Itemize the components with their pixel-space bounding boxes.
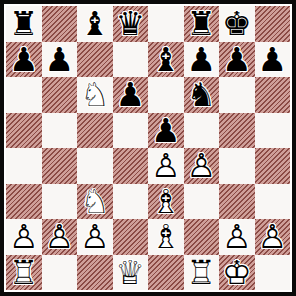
square-a1[interactable]: ♜♖ xyxy=(6,255,42,291)
square-a4[interactable] xyxy=(6,148,42,184)
piece-white-knight[interactable]: ♞♘ xyxy=(77,77,113,113)
white-bishop-icon: ♗ xyxy=(148,219,184,255)
piece-white-pawn[interactable]: ♟♙ xyxy=(6,219,42,255)
square-b3[interactable] xyxy=(42,184,78,220)
piece-black-pawn[interactable]: ♟ xyxy=(219,42,255,78)
square-e2[interactable]: ♝♗ xyxy=(148,219,184,255)
white-pawn-icon: ♙ xyxy=(6,219,42,255)
piece-black-rook[interactable]: ♜ xyxy=(184,6,220,42)
square-d7[interactable] xyxy=(113,42,149,78)
piece-black-pawn[interactable]: ♟ xyxy=(255,42,291,78)
square-h6[interactable] xyxy=(255,77,291,113)
square-h7[interactable]: ♟ xyxy=(255,42,291,78)
piece-black-pawn[interactable]: ♟ xyxy=(148,113,184,149)
piece-white-pawn[interactable]: ♟♙ xyxy=(255,219,291,255)
square-g4[interactable] xyxy=(219,148,255,184)
square-f7[interactable]: ♟ xyxy=(184,42,220,78)
piece-black-king[interactable]: ♚ xyxy=(219,6,255,42)
piece-white-pawn[interactable]: ♟♙ xyxy=(42,219,78,255)
black-pawn-icon: ♟ xyxy=(113,77,149,113)
white-knight-icon: ♘ xyxy=(77,184,113,220)
black-knight-icon: ♞ xyxy=(184,77,220,113)
square-a3[interactable] xyxy=(6,184,42,220)
square-g1[interactable]: ♚♔ xyxy=(219,255,255,291)
square-b2[interactable]: ♟♙ xyxy=(42,219,78,255)
piece-white-king[interactable]: ♚♔ xyxy=(219,255,255,291)
square-d1[interactable]: ♛♕ xyxy=(113,255,149,291)
square-e5[interactable]: ♟ xyxy=(148,113,184,149)
black-pawn-icon: ♟ xyxy=(184,42,220,78)
square-d3[interactable] xyxy=(113,184,149,220)
square-h4[interactable] xyxy=(255,148,291,184)
square-b7[interactable]: ♟ xyxy=(42,42,78,78)
piece-white-pawn[interactable]: ♟♙ xyxy=(148,148,184,184)
square-d8[interactable]: ♛ xyxy=(113,6,149,42)
white-pawn-icon: ♙ xyxy=(148,148,184,184)
square-f6[interactable]: ♞ xyxy=(184,77,220,113)
square-c2[interactable]: ♟♙ xyxy=(77,219,113,255)
piece-white-pawn[interactable]: ♟♙ xyxy=(184,148,220,184)
piece-black-knight[interactable]: ♞ xyxy=(184,77,220,113)
black-bishop-icon: ♝ xyxy=(77,6,113,42)
square-e8[interactable] xyxy=(148,6,184,42)
square-f4[interactable]: ♟♙ xyxy=(184,148,220,184)
black-pawn-icon: ♟ xyxy=(6,42,42,78)
square-f1[interactable]: ♜♖ xyxy=(184,255,220,291)
square-c7[interactable] xyxy=(77,42,113,78)
square-c4[interactable] xyxy=(77,148,113,184)
black-pawn-icon: ♟ xyxy=(219,42,255,78)
square-b8[interactable] xyxy=(42,6,78,42)
white-knight-icon: ♘ xyxy=(77,77,113,113)
black-king-icon: ♚ xyxy=(219,6,255,42)
piece-white-rook[interactable]: ♜♖ xyxy=(184,255,220,291)
piece-black-pawn[interactable]: ♟ xyxy=(6,42,42,78)
square-h1[interactable] xyxy=(255,255,291,291)
white-queen-icon: ♕ xyxy=(113,255,149,291)
square-c8[interactable]: ♝ xyxy=(77,6,113,42)
white-bishop-icon: ♗ xyxy=(148,184,184,220)
square-a6[interactable] xyxy=(6,77,42,113)
square-h3[interactable] xyxy=(255,184,291,220)
square-a2[interactable]: ♟♙ xyxy=(6,219,42,255)
square-e3[interactable]: ♝♗ xyxy=(148,184,184,220)
square-b6[interactable] xyxy=(42,77,78,113)
piece-white-knight[interactable]: ♞♘ xyxy=(77,184,113,220)
square-c5[interactable] xyxy=(77,113,113,149)
white-rook-icon: ♖ xyxy=(6,255,42,291)
square-a7[interactable]: ♟ xyxy=(6,42,42,78)
square-h8[interactable] xyxy=(255,6,291,42)
square-f5[interactable] xyxy=(184,113,220,149)
square-f2[interactable] xyxy=(184,219,220,255)
square-g2[interactable]: ♟♙ xyxy=(219,219,255,255)
square-c1[interactable] xyxy=(77,255,113,291)
square-d4[interactable] xyxy=(113,148,149,184)
square-g6[interactable] xyxy=(219,77,255,113)
square-g7[interactable]: ♟ xyxy=(219,42,255,78)
square-e1[interactable] xyxy=(148,255,184,291)
square-g5[interactable] xyxy=(219,113,255,149)
square-e6[interactable] xyxy=(148,77,184,113)
piece-white-pawn[interactable]: ♟♙ xyxy=(77,219,113,255)
square-g8[interactable]: ♚ xyxy=(219,6,255,42)
black-rook-icon: ♜ xyxy=(184,6,220,42)
square-g3[interactable] xyxy=(219,184,255,220)
black-pawn-icon: ♟ xyxy=(148,113,184,149)
chess-board: ♜♝♛♜♚♟♟♝♟♟♟♞♘♟♞♟♟♙♟♙♞♘♝♗♟♙♟♙♟♙♝♗♟♙♟♙♜♖♛♕… xyxy=(6,6,290,290)
white-rook-icon: ♖ xyxy=(184,255,220,291)
black-pawn-icon: ♟ xyxy=(42,42,78,78)
square-d6[interactable]: ♟ xyxy=(113,77,149,113)
square-e7[interactable]: ♝ xyxy=(148,42,184,78)
square-a5[interactable] xyxy=(6,113,42,149)
piece-white-queen[interactable]: ♛♕ xyxy=(113,255,149,291)
piece-black-bishop[interactable]: ♝ xyxy=(148,42,184,78)
white-king-icon: ♔ xyxy=(219,255,255,291)
square-f8[interactable]: ♜ xyxy=(184,6,220,42)
chess-board-frame: ♜♝♛♜♚♟♟♝♟♟♟♞♘♟♞♟♟♙♟♙♞♘♝♗♟♙♟♙♟♙♝♗♟♙♟♙♜♖♛♕… xyxy=(0,0,296,296)
square-f3[interactable] xyxy=(184,184,220,220)
square-e4[interactable]: ♟♙ xyxy=(148,148,184,184)
white-pawn-icon: ♙ xyxy=(219,219,255,255)
square-h5[interactable] xyxy=(255,113,291,149)
piece-white-bishop[interactable]: ♝♗ xyxy=(148,184,184,220)
black-queen-icon: ♛ xyxy=(113,6,149,42)
piece-black-bishop[interactable]: ♝ xyxy=(77,6,113,42)
piece-black-pawn[interactable]: ♟ xyxy=(113,77,149,113)
black-rook-icon: ♜ xyxy=(6,6,42,42)
square-c3[interactable]: ♞♘ xyxy=(77,184,113,220)
square-c6[interactable]: ♞♘ xyxy=(77,77,113,113)
piece-black-rook[interactable]: ♜ xyxy=(6,6,42,42)
square-a8[interactable]: ♜ xyxy=(6,6,42,42)
white-pawn-icon: ♙ xyxy=(77,219,113,255)
square-h2[interactable]: ♟♙ xyxy=(255,219,291,255)
square-b1[interactable] xyxy=(42,255,78,291)
piece-black-queen[interactable]: ♛ xyxy=(113,6,149,42)
piece-black-pawn[interactable]: ♟ xyxy=(184,42,220,78)
piece-white-pawn[interactable]: ♟♙ xyxy=(219,219,255,255)
white-pawn-icon: ♙ xyxy=(42,219,78,255)
square-d5[interactable] xyxy=(113,113,149,149)
black-pawn-icon: ♟ xyxy=(255,42,291,78)
square-d2[interactable] xyxy=(113,219,149,255)
piece-white-bishop[interactable]: ♝♗ xyxy=(148,219,184,255)
white-pawn-icon: ♙ xyxy=(255,219,291,255)
black-bishop-icon: ♝ xyxy=(148,42,184,78)
square-b4[interactable] xyxy=(42,148,78,184)
piece-black-pawn[interactable]: ♟ xyxy=(42,42,78,78)
square-b5[interactable] xyxy=(42,113,78,149)
white-pawn-icon: ♙ xyxy=(184,148,220,184)
piece-white-rook[interactable]: ♜♖ xyxy=(6,255,42,291)
